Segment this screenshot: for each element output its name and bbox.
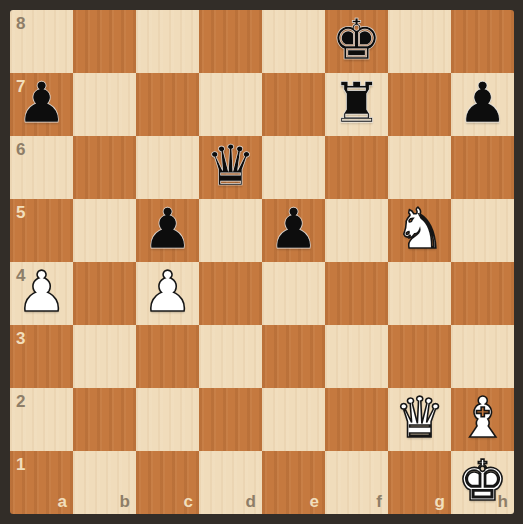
- square-e8[interactable]: [262, 10, 325, 73]
- file-label-b: b: [120, 493, 130, 510]
- square-b5[interactable]: [73, 199, 136, 262]
- square-a3[interactable]: 3: [10, 325, 73, 388]
- square-e3[interactable]: [262, 325, 325, 388]
- square-d8[interactable]: [199, 10, 262, 73]
- chess-board: 8♚7♟♜♟6♛5♟♟♞4♟♟32♛♝1abcdefgh♚: [10, 10, 514, 514]
- square-d4[interactable]: [199, 262, 262, 325]
- square-b2[interactable]: [73, 388, 136, 451]
- square-b3[interactable]: [73, 325, 136, 388]
- rank-label-8: 8: [16, 15, 25, 32]
- black-pawn-e5[interactable]: ♟: [268, 197, 318, 260]
- square-c8[interactable]: [136, 10, 199, 73]
- square-a6[interactable]: 6: [10, 136, 73, 199]
- square-h7[interactable]: ♟: [451, 73, 514, 136]
- square-d2[interactable]: [199, 388, 262, 451]
- square-h8[interactable]: [451, 10, 514, 73]
- black-rook-f7[interactable]: ♜: [331, 71, 381, 134]
- square-g2[interactable]: ♛: [388, 388, 451, 451]
- square-a5[interactable]: 5: [10, 199, 73, 262]
- square-g1[interactable]: g: [388, 451, 451, 514]
- square-d1[interactable]: d: [199, 451, 262, 514]
- square-d3[interactable]: [199, 325, 262, 388]
- square-e6[interactable]: [262, 136, 325, 199]
- square-a4[interactable]: 4♟: [10, 262, 73, 325]
- square-b1[interactable]: b: [73, 451, 136, 514]
- square-h1[interactable]: h♚: [451, 451, 514, 514]
- square-h5[interactable]: [451, 199, 514, 262]
- white-pawn-a4[interactable]: ♟: [16, 260, 66, 323]
- square-c4[interactable]: ♟: [136, 262, 199, 325]
- black-pawn-c5[interactable]: ♟: [142, 197, 192, 260]
- square-g5[interactable]: ♞: [388, 199, 451, 262]
- square-e4[interactable]: [262, 262, 325, 325]
- square-h6[interactable]: [451, 136, 514, 199]
- square-a8[interactable]: 8: [10, 10, 73, 73]
- white-pawn-c4[interactable]: ♟: [142, 260, 192, 323]
- square-f3[interactable]: [325, 325, 388, 388]
- square-c6[interactable]: [136, 136, 199, 199]
- rank-label-6: 6: [16, 141, 25, 158]
- square-c3[interactable]: [136, 325, 199, 388]
- square-a2[interactable]: 2: [10, 388, 73, 451]
- square-c1[interactable]: c: [136, 451, 199, 514]
- black-king-f8[interactable]: ♚: [331, 10, 381, 71]
- file-label-d: d: [246, 493, 256, 510]
- square-e2[interactable]: [262, 388, 325, 451]
- square-f7[interactable]: ♜: [325, 73, 388, 136]
- square-d6[interactable]: ♛: [199, 136, 262, 199]
- square-f8[interactable]: ♚: [325, 10, 388, 73]
- square-b8[interactable]: [73, 10, 136, 73]
- black-queen-d6[interactable]: ♛: [205, 134, 255, 197]
- rank-label-2: 2: [16, 393, 25, 410]
- white-bishop-h2[interactable]: ♝: [457, 386, 507, 449]
- square-e1[interactable]: e: [262, 451, 325, 514]
- rank-label-5: 5: [16, 204, 25, 221]
- white-queen-g2[interactable]: ♛: [394, 386, 444, 449]
- square-f1[interactable]: f: [325, 451, 388, 514]
- square-c2[interactable]: [136, 388, 199, 451]
- square-h2[interactable]: ♝: [451, 388, 514, 451]
- square-d7[interactable]: [199, 73, 262, 136]
- rank-label-3: 3: [16, 330, 25, 347]
- square-f6[interactable]: [325, 136, 388, 199]
- square-h3[interactable]: [451, 325, 514, 388]
- black-pawn-a7[interactable]: ♟: [16, 71, 66, 134]
- square-g6[interactable]: [388, 136, 451, 199]
- square-e5[interactable]: ♟: [262, 199, 325, 262]
- file-label-e: e: [310, 493, 319, 510]
- square-c5[interactable]: ♟: [136, 199, 199, 262]
- square-g3[interactable]: [388, 325, 451, 388]
- square-h4[interactable]: [451, 262, 514, 325]
- white-king-h1[interactable]: ♚: [457, 449, 507, 512]
- square-b4[interactable]: [73, 262, 136, 325]
- square-f2[interactable]: [325, 388, 388, 451]
- file-label-f: f: [376, 493, 382, 510]
- square-d5[interactable]: [199, 199, 262, 262]
- file-label-c: c: [184, 493, 193, 510]
- square-e7[interactable]: [262, 73, 325, 136]
- black-pawn-h7[interactable]: ♟: [457, 71, 507, 134]
- rank-label-1: 1: [16, 456, 25, 473]
- square-b6[interactable]: [73, 136, 136, 199]
- square-a1[interactable]: 1a: [10, 451, 73, 514]
- square-f5[interactable]: [325, 199, 388, 262]
- square-b7[interactable]: [73, 73, 136, 136]
- file-label-g: g: [435, 493, 445, 510]
- square-g4[interactable]: [388, 262, 451, 325]
- board-frame: 8♚7♟♜♟6♛5♟♟♞4♟♟32♛♝1abcdefgh♚: [0, 0, 523, 524]
- square-g8[interactable]: [388, 10, 451, 73]
- square-f4[interactable]: [325, 262, 388, 325]
- file-label-a: a: [58, 493, 67, 510]
- square-a7[interactable]: 7♟: [10, 73, 73, 136]
- square-g7[interactable]: [388, 73, 451, 136]
- square-c7[interactable]: [136, 73, 199, 136]
- white-knight-g5[interactable]: ♞: [394, 197, 444, 260]
